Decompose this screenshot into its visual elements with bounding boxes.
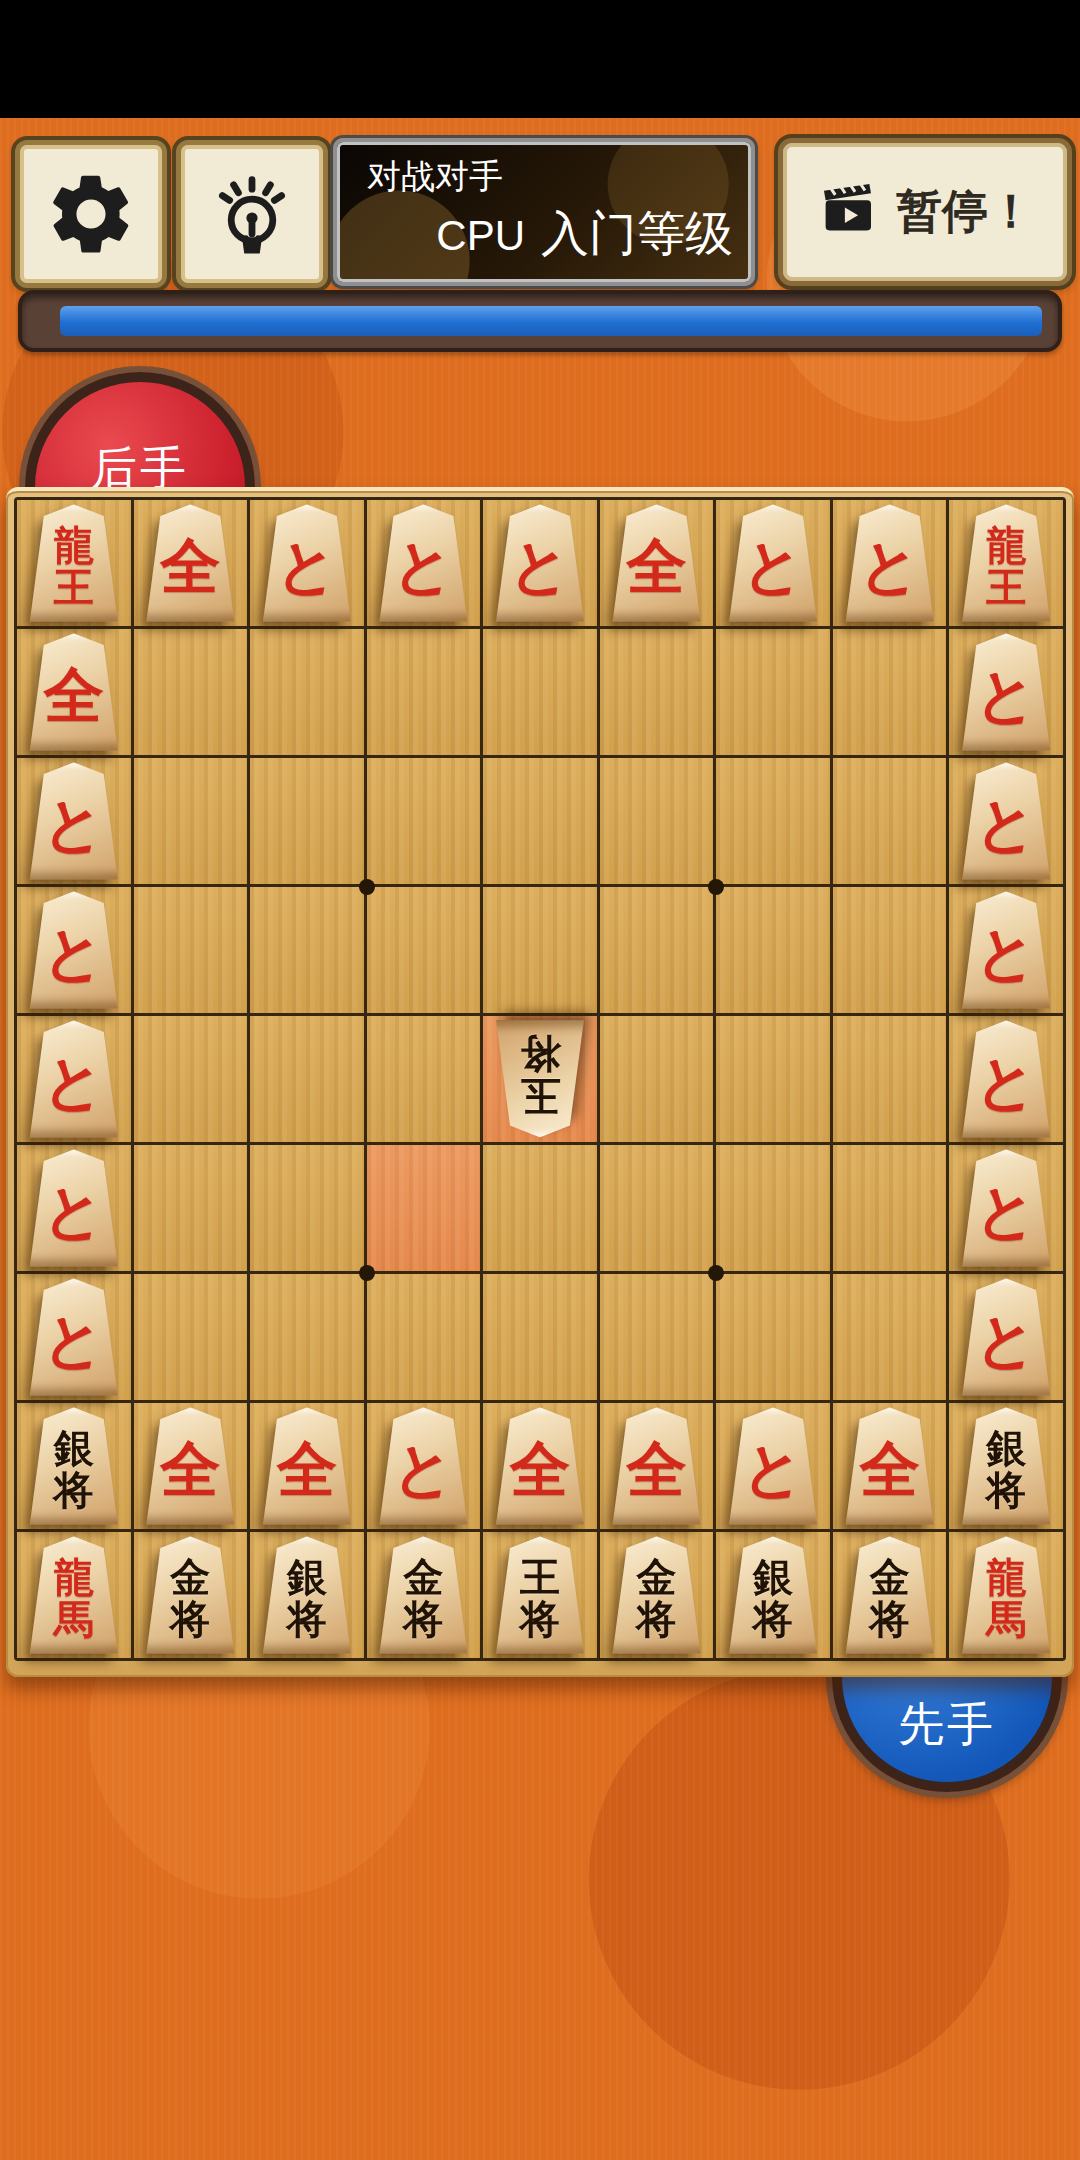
board-cell-9d[interactable]: と bbox=[17, 887, 131, 1013]
board-cell-7g[interactable] bbox=[250, 1274, 364, 1400]
piece-tokin-promoted-pawn: と bbox=[257, 504, 357, 621]
piece-tokin-promoted-pawn: と bbox=[956, 1020, 1056, 1137]
board-cell-9c[interactable]: と bbox=[17, 758, 131, 884]
piece-king-gote: 玉将 bbox=[490, 1020, 590, 1137]
piece-promoted-bishop-dragon-horse: 龍馬 bbox=[24, 1536, 124, 1653]
piece-tokin-promoted-pawn: と bbox=[24, 891, 124, 1008]
board-cell-3c[interactable] bbox=[716, 758, 830, 884]
board-cell-4e[interactable] bbox=[600, 1016, 714, 1142]
app-screen: 对战对手 CPU 入门等级 暂停！ 后手 先手 龍王全ととと全とと龍王全とととと… bbox=[0, 0, 1080, 2160]
board-cell-4c[interactable] bbox=[600, 758, 714, 884]
piece-promoted-rook-dragon-king: 龍王 bbox=[956, 504, 1056, 621]
board-cell-7c[interactable] bbox=[250, 758, 364, 884]
board-cell-7a[interactable]: と bbox=[250, 500, 364, 626]
board-cell-9a[interactable]: 龍王 bbox=[17, 500, 131, 626]
board-cell-5g[interactable] bbox=[483, 1274, 597, 1400]
board-cell-6g[interactable] bbox=[367, 1274, 481, 1400]
board-cell-1g[interactable]: と bbox=[949, 1274, 1063, 1400]
settings-button[interactable] bbox=[15, 140, 167, 288]
board-cell-6e[interactable] bbox=[367, 1016, 481, 1142]
board-cell-5b[interactable] bbox=[483, 629, 597, 755]
star-point bbox=[708, 879, 724, 895]
board-cell-6h[interactable]: と bbox=[367, 1403, 481, 1529]
board-cell-8h[interactable]: 全 bbox=[134, 1403, 248, 1529]
piece-promoted-knight: 全 bbox=[257, 1407, 357, 1524]
piece-promoted-lance: 全 bbox=[607, 504, 707, 621]
board-cell-8d[interactable] bbox=[134, 887, 248, 1013]
board-cell-2c[interactable] bbox=[833, 758, 947, 884]
piece-gold-general: 金将 bbox=[140, 1536, 240, 1653]
piece-tokin-promoted-pawn: と bbox=[956, 1149, 1056, 1266]
board-cell-7e[interactable] bbox=[250, 1016, 364, 1142]
board-cell-5f[interactable] bbox=[483, 1145, 597, 1271]
piece-tokin-promoted-pawn: と bbox=[490, 504, 590, 621]
piece-promoted-lance: 全 bbox=[140, 504, 240, 621]
opponent-cpu-label: CPU bbox=[436, 212, 525, 260]
board-cell-1f[interactable]: と bbox=[949, 1145, 1063, 1271]
piece-tokin-promoted-pawn: と bbox=[956, 633, 1056, 750]
board-cell-8b[interactable] bbox=[134, 629, 248, 755]
piece-gold-general: 金将 bbox=[607, 1536, 707, 1653]
board-cell-8c[interactable] bbox=[134, 758, 248, 884]
board-cell-8a[interactable]: 全 bbox=[134, 500, 248, 626]
piece-tokin-promoted-pawn: と bbox=[956, 1278, 1056, 1395]
board-cell-7d[interactable] bbox=[250, 887, 364, 1013]
board-cell-6f[interactable] bbox=[367, 1145, 481, 1271]
piece-tokin-promoted-pawn: と bbox=[840, 504, 940, 621]
board-cell-9e[interactable]: と bbox=[17, 1016, 131, 1142]
piece-tokin-promoted-pawn: と bbox=[24, 1149, 124, 1266]
board-cell-5i[interactable]: 王将 bbox=[483, 1532, 597, 1658]
board-cell-9g[interactable]: と bbox=[17, 1274, 131, 1400]
board-cell-6d[interactable] bbox=[367, 887, 481, 1013]
board-cell-8i[interactable]: 金将 bbox=[134, 1532, 248, 1658]
piece-tokin-promoted-pawn: と bbox=[723, 504, 823, 621]
board-cell-7h[interactable]: 全 bbox=[250, 1403, 364, 1529]
board-cell-1b[interactable]: と bbox=[949, 629, 1063, 755]
board-cell-4b[interactable] bbox=[600, 629, 714, 755]
board-cell-5c[interactable] bbox=[483, 758, 597, 884]
board-cell-4g[interactable] bbox=[600, 1274, 714, 1400]
piece-tokin-promoted-pawn: と bbox=[723, 1407, 823, 1524]
board-cell-4d[interactable] bbox=[600, 887, 714, 1013]
piece-promoted-knight: 全 bbox=[490, 1407, 590, 1524]
board-cell-8g[interactable] bbox=[134, 1274, 248, 1400]
piece-promoted-knight: 全 bbox=[140, 1407, 240, 1524]
board-cell-1a[interactable]: 龍王 bbox=[949, 500, 1063, 626]
opponent-title: 对战对手 bbox=[337, 142, 751, 200]
star-point bbox=[359, 879, 375, 895]
piece-silver-general: 銀将 bbox=[723, 1536, 823, 1653]
board-cell-2h[interactable]: 全 bbox=[833, 1403, 947, 1529]
board-cell-6i[interactable]: 金将 bbox=[367, 1532, 481, 1658]
board-cell-8e[interactable] bbox=[134, 1016, 248, 1142]
board-cell-2d[interactable] bbox=[833, 887, 947, 1013]
board-cell-9h[interactable]: 銀将 bbox=[17, 1403, 131, 1529]
board-cell-9i[interactable]: 龍馬 bbox=[17, 1532, 131, 1658]
board-cell-5a[interactable]: と bbox=[483, 500, 597, 626]
board-cell-3g[interactable] bbox=[716, 1274, 830, 1400]
board-cell-3d[interactable] bbox=[716, 887, 830, 1013]
board-cell-3i[interactable]: 銀将 bbox=[716, 1532, 830, 1658]
piece-silver-general: 銀将 bbox=[24, 1407, 124, 1524]
opponent-level-label: 入门等级 bbox=[541, 202, 733, 266]
board-cell-4h[interactable]: 全 bbox=[600, 1403, 714, 1529]
piece-tokin-promoted-pawn: と bbox=[373, 1407, 473, 1524]
board-cell-4i[interactable]: 金将 bbox=[600, 1532, 714, 1658]
board-cell-5e[interactable]: 玉将 bbox=[483, 1016, 597, 1142]
piece-promoted-lance: 全 bbox=[24, 633, 124, 750]
piece-tokin-promoted-pawn: と bbox=[956, 762, 1056, 879]
board-cell-1c[interactable]: と bbox=[949, 758, 1063, 884]
board-cell-5d[interactable] bbox=[483, 887, 597, 1013]
progress-bar-fill bbox=[60, 306, 1042, 336]
piece-gold-general: 金将 bbox=[840, 1536, 940, 1653]
piece-promoted-knight: 全 bbox=[607, 1407, 707, 1524]
piece-tokin-promoted-pawn: と bbox=[373, 504, 473, 621]
board-cell-2f[interactable] bbox=[833, 1145, 947, 1271]
clapperboard-icon bbox=[816, 174, 882, 251]
board-cell-3f[interactable] bbox=[716, 1145, 830, 1271]
board-cell-9b[interactable]: 全 bbox=[17, 629, 131, 755]
board-cell-3b[interactable] bbox=[716, 629, 830, 755]
piece-tokin-promoted-pawn: と bbox=[956, 891, 1056, 1008]
board-cell-4f[interactable] bbox=[600, 1145, 714, 1271]
board-cell-3e[interactable] bbox=[716, 1016, 830, 1142]
pause-button[interactable]: 暂停！ bbox=[778, 138, 1072, 286]
board-cell-1i[interactable]: 龍馬 bbox=[949, 1532, 1063, 1658]
board-cell-2i[interactable]: 金将 bbox=[833, 1532, 947, 1658]
piece-tokin-promoted-pawn: と bbox=[24, 1020, 124, 1137]
board-cell-9f[interactable]: と bbox=[17, 1145, 131, 1271]
piece-silver-general: 銀将 bbox=[956, 1407, 1056, 1524]
star-point bbox=[708, 1265, 724, 1281]
board-cell-8f[interactable] bbox=[134, 1145, 248, 1271]
shogi-grid: 龍王全ととと全とと龍王全とととととと玉将ととととと銀将全全と全全と全銀将龍馬金将… bbox=[14, 497, 1066, 1661]
star-point bbox=[359, 1265, 375, 1281]
shogi-board: 龍王全ととと全とと龍王全とととととと玉将ととととと銀将全全と全全と全銀将龍馬金将… bbox=[6, 487, 1074, 1677]
opponent-info-panel[interactable]: 对战对手 CPU 入门等级 bbox=[333, 138, 755, 286]
board-cell-4a[interactable]: 全 bbox=[600, 500, 714, 626]
board-cell-6c[interactable] bbox=[367, 758, 481, 884]
piece-tokin-promoted-pawn: と bbox=[24, 1278, 124, 1395]
board-cell-2g[interactable] bbox=[833, 1274, 947, 1400]
board-cell-7b[interactable] bbox=[250, 629, 364, 755]
board-cell-2a[interactable]: と bbox=[833, 500, 947, 626]
pause-label: 暂停！ bbox=[896, 181, 1034, 243]
board-cell-1e[interactable]: と bbox=[949, 1016, 1063, 1142]
board-cell-6a[interactable]: と bbox=[367, 500, 481, 626]
piece-gold-general: 金将 bbox=[373, 1536, 473, 1653]
sente-label: 先手 bbox=[842, 1694, 1052, 1756]
piece-promoted-bishop-dragon-horse: 龍馬 bbox=[956, 1536, 1056, 1653]
board-cell-1h[interactable]: 銀将 bbox=[949, 1403, 1063, 1529]
board-cell-1d[interactable]: と bbox=[949, 887, 1063, 1013]
piece-promoted-lance: 全 bbox=[840, 1407, 940, 1524]
piece-tokin-promoted-pawn: と bbox=[24, 762, 124, 879]
gear-icon bbox=[45, 168, 137, 260]
board-cell-3a[interactable]: と bbox=[716, 500, 830, 626]
progress-bar bbox=[18, 290, 1062, 352]
board-cell-2e[interactable] bbox=[833, 1016, 947, 1142]
hint-button[interactable] bbox=[176, 140, 328, 288]
board-cell-7f[interactable] bbox=[250, 1145, 364, 1271]
board-cell-2b[interactable] bbox=[833, 629, 947, 755]
status-bar bbox=[0, 0, 1080, 118]
board-cell-3h[interactable]: と bbox=[716, 1403, 830, 1529]
piece-promoted-rook-dragon-king: 龍王 bbox=[24, 504, 124, 621]
piece-silver-general: 銀将 bbox=[257, 1536, 357, 1653]
board-cell-5h[interactable]: 全 bbox=[483, 1403, 597, 1529]
piece-king-sente: 王将 bbox=[490, 1536, 590, 1653]
board-cell-7i[interactable]: 銀将 bbox=[250, 1532, 364, 1658]
light-bulb-icon bbox=[204, 166, 300, 262]
board-cell-6b[interactable] bbox=[367, 629, 481, 755]
